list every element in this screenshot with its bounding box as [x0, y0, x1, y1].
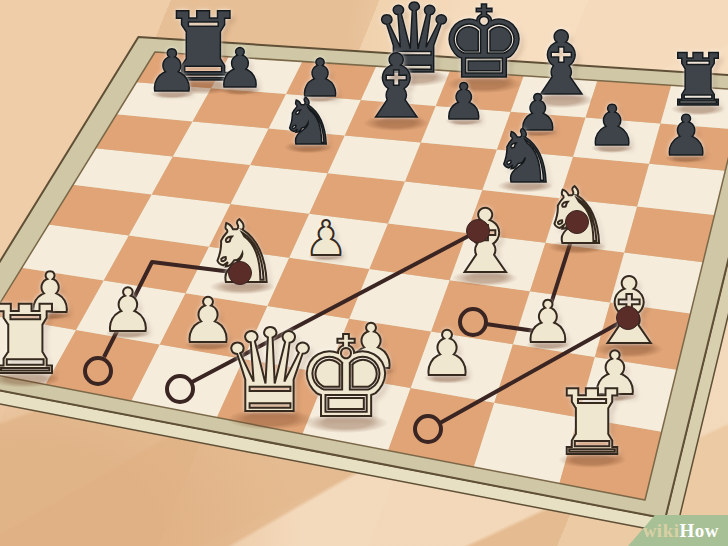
origin-circle-b1	[85, 358, 111, 384]
origin-circle-c1	[167, 376, 193, 402]
piece-dot-h3	[617, 307, 640, 330]
move-markers-layer	[0, 0, 728, 546]
piece-dot-c3	[229, 262, 252, 285]
illustration-canvas: ♜♟♟♟♞♛♚♟♟♝♟♟♞♝♟♜♜♟♟♟♞♛♝♚♟♝♞♟♟♜♟ wikiHow	[0, 0, 728, 546]
piece-dot-g5	[566, 211, 589, 234]
origin-circle-f3	[460, 309, 486, 335]
piece-dot-f4	[467, 220, 490, 243]
origin-circle-f1	[415, 416, 441, 442]
wikihow-how-text: How	[680, 520, 720, 542]
